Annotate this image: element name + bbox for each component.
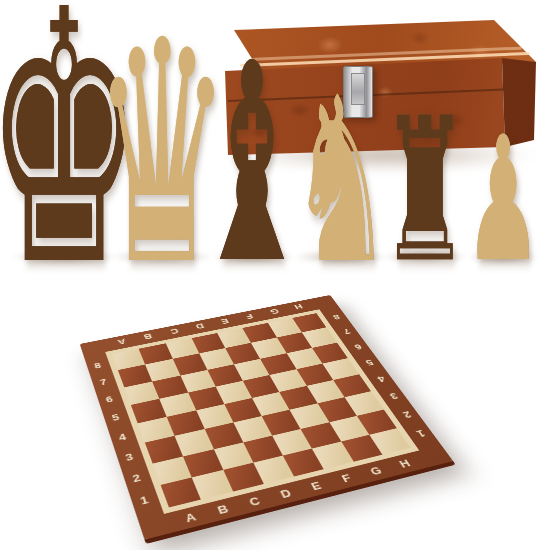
light-knight-piece: ♞	[290, 67, 392, 295]
dark-rook-piece: ♜	[381, 92, 470, 290]
chess-set-product-photo: ♚ ♛ ♝ ♞ ♜ ♟ ABCDEFGH 87654321 87654321 A…	[0, 0, 550, 550]
light-pawn-piece: ♟	[464, 114, 541, 286]
